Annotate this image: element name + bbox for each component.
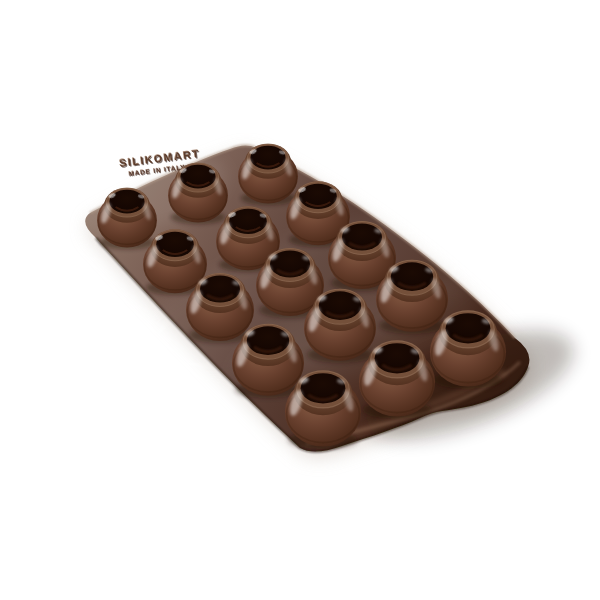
- chocolate-mold-photo: SILIKOMART SILIKOMART SILIKOMART MADE IN…: [0, 0, 600, 600]
- product-photo-stage: SILIKOMART SILIKOMART SILIKOMART MADE IN…: [0, 0, 600, 600]
